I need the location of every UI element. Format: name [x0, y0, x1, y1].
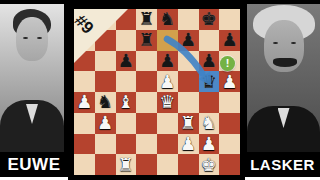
player-name-white: EUWE	[0, 153, 68, 177]
square-c4[interactable]: ♝	[116, 92, 137, 113]
square-g2[interactable]: ♟	[199, 134, 220, 155]
black-queen[interactable]: ♛	[201, 73, 217, 91]
square-g3[interactable]: ♞	[199, 113, 220, 134]
black-rook[interactable]: ♜	[139, 31, 155, 49]
white-pawn[interactable]: ♟	[97, 114, 113, 132]
white-queen[interactable]: ♛	[159, 93, 175, 111]
square-c1[interactable]: ♜	[116, 154, 137, 175]
white-pawn[interactable]: ♟	[222, 73, 238, 91]
square-d7[interactable]: ♜	[136, 30, 157, 51]
square-h7[interactable]: ♟	[219, 30, 240, 51]
square-d8[interactable]: ♜	[136, 9, 157, 30]
black-pawn[interactable]: ♟	[159, 52, 175, 70]
black-knight[interactable]: ♞	[97, 93, 113, 111]
white-bishop[interactable]: ♝	[118, 93, 134, 111]
square-a1[interactable]	[74, 154, 95, 175]
square-e4[interactable]: ♛	[157, 92, 178, 113]
square-a5[interactable]	[74, 71, 95, 92]
player-name-black: LASKER	[245, 153, 320, 177]
square-e2[interactable]	[157, 134, 178, 155]
square-d4[interactable]	[136, 92, 157, 113]
square-a2[interactable]	[74, 134, 95, 155]
good-move-badge: !	[220, 56, 235, 71]
square-b1[interactable]	[95, 154, 116, 175]
square-d5[interactable]	[136, 71, 157, 92]
square-f6[interactable]	[178, 51, 199, 72]
euwe-portrait-photo	[0, 4, 64, 152]
black-pawn[interactable]: ♟	[201, 52, 217, 70]
square-d3[interactable]	[136, 113, 157, 134]
square-e7[interactable]	[157, 30, 178, 51]
black-king[interactable]: ♚	[201, 10, 217, 28]
lasker-portrait-photo	[247, 4, 320, 152]
square-e5[interactable]: ♟	[157, 71, 178, 92]
square-e8[interactable]: ♞	[157, 9, 178, 30]
square-c3[interactable]	[116, 113, 137, 134]
square-a4[interactable]: ♟	[74, 92, 95, 113]
white-pawn[interactable]: ♟	[76, 93, 92, 111]
square-e1[interactable]	[157, 154, 178, 175]
square-c2[interactable]	[116, 134, 137, 155]
name-underline-left	[0, 177, 68, 180]
square-h4[interactable]	[219, 92, 240, 113]
euwe-eye-right	[37, 37, 42, 39]
white-pawn[interactable]: ♟	[201, 135, 217, 153]
name-underline-right	[245, 177, 320, 180]
thumbnail-stage: ♜♞♚♜♟♟♟♟♟♟♛♟♟♞♝♛♟♜♞♟♟♜♚ #9 ! EUWE LASKER	[0, 0, 320, 180]
square-b3[interactable]: ♟	[95, 113, 116, 134]
square-f1[interactable]	[178, 154, 199, 175]
white-knight[interactable]: ♞	[201, 114, 217, 132]
square-a3[interactable]	[74, 113, 95, 134]
square-e3[interactable]	[157, 113, 178, 134]
white-rook[interactable]: ♜	[118, 156, 134, 174]
square-h8[interactable]	[219, 9, 240, 30]
euwe-eye-left	[23, 37, 28, 39]
square-f4[interactable]	[178, 92, 199, 113]
white-king[interactable]: ♚	[201, 156, 217, 174]
square-h3[interactable]	[219, 113, 240, 134]
square-f7[interactable]: ♟	[178, 30, 199, 51]
square-h5[interactable]: ♟	[219, 71, 240, 92]
square-f5[interactable]	[178, 71, 199, 92]
square-d2[interactable]	[136, 134, 157, 155]
white-rook[interactable]: ♜	[180, 114, 196, 132]
euwe-face	[16, 17, 48, 61]
square-g1[interactable]: ♚	[199, 154, 220, 175]
square-b5[interactable]	[95, 71, 116, 92]
lasker-eye-right	[291, 42, 296, 44]
square-f2[interactable]: ♟	[178, 134, 199, 155]
square-b4[interactable]: ♞	[95, 92, 116, 113]
square-h1[interactable]	[219, 154, 240, 175]
square-c5[interactable]	[116, 71, 137, 92]
square-g5[interactable]: ♛	[199, 71, 220, 92]
lasker-eye-left	[273, 42, 278, 44]
square-h2[interactable]	[219, 134, 240, 155]
square-g8[interactable]: ♚	[199, 9, 220, 30]
white-pawn[interactable]: ♟	[159, 73, 175, 91]
black-rook[interactable]: ♜	[139, 10, 155, 28]
square-g7[interactable]	[199, 30, 220, 51]
square-b2[interactable]	[95, 134, 116, 155]
black-pawn[interactable]: ♟	[180, 31, 196, 49]
square-e6[interactable]: ♟	[157, 51, 178, 72]
square-d1[interactable]	[136, 154, 157, 175]
lasker-mustache	[273, 58, 297, 67]
black-knight[interactable]: ♞	[159, 10, 175, 28]
square-f8[interactable]	[178, 9, 199, 30]
white-pawn[interactable]: ♟	[180, 135, 196, 153]
square-g4[interactable]	[199, 92, 220, 113]
black-pawn[interactable]: ♟	[222, 31, 238, 49]
square-g6[interactable]: ♟	[199, 51, 220, 72]
square-f3[interactable]: ♜	[178, 113, 199, 134]
square-d6[interactable]	[136, 51, 157, 72]
